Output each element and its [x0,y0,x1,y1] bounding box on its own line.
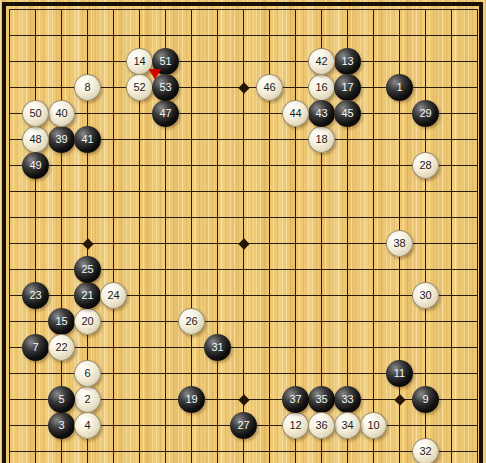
stone-white-46[interactable]: 46 [256,74,283,101]
stone-white-6[interactable]: 6 [74,360,101,387]
stone-move-number: 10 [367,420,379,431]
stone-move-number: 2 [84,394,90,405]
stone-move-number: 35 [315,394,327,405]
stone-black-49[interactable]: 49 [22,152,49,179]
stone-move-number: 12 [289,420,301,431]
stone-black-35[interactable]: 35 [308,386,335,413]
stone-black-51[interactable]: 51 [152,48,179,75]
stone-white-22[interactable]: 22 [48,334,75,361]
stone-move-number: 1 [396,82,402,93]
stone-white-20[interactable]: 20 [74,308,101,335]
stone-move-number: 44 [289,108,301,119]
stone-move-number: 11 [394,368,405,379]
stone-move-number: 15 [55,316,67,327]
stone-black-31[interactable]: 31 [204,334,231,361]
stone-black-15[interactable]: 15 [48,308,75,335]
stone-move-number: 17 [341,82,353,93]
stone-move-number: 23 [29,290,41,301]
stone-white-14[interactable]: 14 [126,48,153,75]
stone-move-number: 5 [58,394,64,405]
stone-white-44[interactable]: 44 [282,100,309,127]
stone-black-11[interactable]: 11 [386,360,413,387]
stone-move-number: 30 [419,290,431,301]
stone-move-number: 22 [55,342,67,353]
stone-move-number: 24 [107,290,119,301]
stone-move-number: 43 [315,108,327,119]
stone-white-24[interactable]: 24 [100,282,127,309]
stone-move-number: 37 [289,394,301,405]
stone-move-number: 40 [55,108,67,119]
stone-move-number: 21 [81,290,93,301]
stone-move-number: 47 [159,108,171,119]
grid-line-vertical [451,9,452,463]
stone-white-38[interactable]: 38 [386,230,413,257]
stone-black-3[interactable]: 3 [48,412,75,439]
board-surface[interactable]: 1234567891011121314151617181920212223242… [0,0,486,463]
star-point [238,82,249,93]
stone-move-number: 7 [32,342,38,353]
stone-white-36[interactable]: 36 [308,412,335,439]
stone-move-number: 32 [419,446,431,457]
stone-white-40[interactable]: 40 [48,100,75,127]
stone-black-1[interactable]: 1 [386,74,413,101]
stone-move-number: 45 [341,108,353,119]
stone-white-32[interactable]: 32 [412,438,439,463]
star-point [82,238,93,249]
stone-move-number: 28 [419,160,431,171]
stone-black-37[interactable]: 37 [282,386,309,413]
grid-line-vertical [35,9,36,463]
stone-white-18[interactable]: 18 [308,126,335,153]
stone-move-number: 33 [341,394,353,405]
stone-move-number: 36 [315,420,327,431]
stone-black-9[interactable]: 9 [412,386,439,413]
stone-white-50[interactable]: 50 [22,100,49,127]
stone-black-27[interactable]: 27 [230,412,257,439]
stone-move-number: 14 [133,56,145,67]
star-point [238,394,249,405]
stone-black-25[interactable]: 25 [74,256,101,283]
stone-black-33[interactable]: 33 [334,386,361,413]
stone-black-29[interactable]: 29 [412,100,439,127]
grid-line-vertical [477,9,478,463]
stone-move-number: 13 [341,56,353,67]
stone-move-number: 6 [84,368,90,379]
stone-move-number: 3 [58,420,64,431]
stone-move-number: 25 [81,264,93,275]
stone-move-number: 31 [211,342,223,353]
stone-white-12[interactable]: 12 [282,412,309,439]
stone-black-53[interactable]: 53 [152,74,179,101]
grid-line-horizontal [9,451,478,452]
go-diagram: 1234567891011121314151617181920212223242… [0,0,486,463]
stone-black-7[interactable]: 7 [22,334,49,361]
stone-white-26[interactable]: 26 [178,308,205,335]
stone-move-number: 53 [159,82,171,93]
stone-move-number: 39 [55,134,67,145]
stone-move-number: 38 [393,238,405,249]
stone-move-number: 34 [341,420,353,431]
stone-move-number: 4 [84,420,90,431]
stone-move-number: 16 [315,82,327,93]
stone-move-number: 46 [263,82,275,93]
stone-white-16[interactable]: 16 [308,74,335,101]
stone-black-41[interactable]: 41 [74,126,101,153]
stone-white-52[interactable]: 52 [126,74,153,101]
stone-move-number: 41 [81,134,93,145]
stone-white-10[interactable]: 10 [360,412,387,439]
stone-move-number: 29 [419,108,431,119]
star-point [394,394,405,405]
stone-black-19[interactable]: 19 [178,386,205,413]
stone-white-48[interactable]: 48 [22,126,49,153]
stone-white-4[interactable]: 4 [74,412,101,439]
stone-move-number: 27 [237,420,249,431]
stone-white-34[interactable]: 34 [334,412,361,439]
stone-white-8[interactable]: 8 [74,74,101,101]
grid-line-vertical [113,9,114,463]
stone-move-number: 26 [185,316,197,327]
stone-move-number: 9 [422,394,428,405]
stone-move-number: 51 [159,56,171,67]
stone-black-23[interactable]: 23 [22,282,49,309]
stone-black-39[interactable]: 39 [48,126,75,153]
stone-white-30[interactable]: 30 [412,282,439,309]
stone-move-number: 19 [185,394,197,405]
stone-black-17[interactable]: 17 [334,74,361,101]
stone-move-number: 48 [29,134,41,145]
stone-black-47[interactable]: 47 [152,100,179,127]
grid-line-vertical [217,9,218,463]
stone-black-21[interactable]: 21 [74,282,101,309]
stone-black-13[interactable]: 13 [334,48,361,75]
stone-move-number: 49 [29,160,41,171]
stone-white-42[interactable]: 42 [308,48,335,75]
grid-line-vertical [9,9,10,463]
grid-line-vertical [373,9,374,463]
grid-line-horizontal [9,347,478,348]
star-point [238,238,249,249]
stone-black-45[interactable]: 45 [334,100,361,127]
stone-black-43[interactable]: 43 [308,100,335,127]
stone-move-number: 20 [81,316,93,327]
stone-white-28[interactable]: 28 [412,152,439,179]
stone-white-2[interactable]: 2 [74,386,101,413]
stone-move-number: 18 [315,134,327,145]
stone-move-number: 8 [84,82,90,93]
stone-black-5[interactable]: 5 [48,386,75,413]
stone-move-number: 42 [315,56,327,67]
stone-move-number: 52 [133,82,145,93]
stone-move-number: 50 [29,108,41,119]
